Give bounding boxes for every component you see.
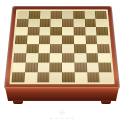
square-g5[interactable] [85,35,97,44]
square-e3[interactable] [62,53,74,62]
square-c6[interactable] [39,27,51,35]
square-e8[interactable] [62,11,73,19]
watermark: ✣ [45,109,79,119]
watermark-emblem-icon: ✣ [45,109,79,117]
square-a6[interactable] [16,27,28,35]
square-b4[interactable] [26,44,38,53]
square-d3[interactable] [50,53,62,62]
board-grid [12,11,113,83]
product-photo-scene: ✣ [0,0,124,124]
square-e4[interactable] [62,44,74,53]
square-f3[interactable] [74,53,86,62]
square-a1[interactable] [12,72,25,82]
square-h3[interactable] [98,53,111,62]
square-f6[interactable] [73,27,85,35]
square-g7[interactable] [84,19,96,27]
square-e7[interactable] [62,19,73,27]
box-foot-left [13,100,23,104]
square-f4[interactable] [74,44,86,53]
box-foot-right [101,100,111,104]
square-h8[interactable] [95,11,107,19]
square-g3[interactable] [86,53,99,62]
square-e1[interactable] [62,72,75,82]
square-d6[interactable] [50,27,62,35]
square-b2[interactable] [25,63,38,73]
square-b5[interactable] [27,35,39,44]
square-g8[interactable] [84,11,96,19]
square-a3[interactable] [13,53,26,62]
square-a4[interactable] [14,44,27,53]
square-d8[interactable] [51,11,62,19]
square-d5[interactable] [50,35,62,44]
square-a8[interactable] [17,11,29,19]
square-f5[interactable] [74,35,86,44]
square-b6[interactable] [27,27,39,35]
square-c2[interactable] [37,63,50,73]
board-perspective-wrap [5,0,119,88]
square-h2[interactable] [99,63,112,73]
square-h7[interactable] [96,19,108,27]
square-h1[interactable] [99,72,112,82]
watermark-text-line [50,118,74,119]
square-e2[interactable] [62,63,74,73]
square-g4[interactable] [86,44,98,53]
square-b1[interactable] [24,72,37,82]
square-c4[interactable] [38,44,50,53]
square-b7[interactable] [28,19,40,27]
square-d4[interactable] [50,44,62,53]
box-front-apron [5,87,119,101]
square-g1[interactable] [87,72,100,82]
square-h6[interactable] [96,27,108,35]
square-g2[interactable] [86,63,99,73]
square-a5[interactable] [15,35,27,44]
square-c3[interactable] [38,53,50,62]
square-a7[interactable] [16,19,28,27]
square-c7[interactable] [39,19,51,27]
square-f7[interactable] [73,19,85,27]
maple-inner-border [9,9,114,84]
square-e5[interactable] [62,35,74,44]
square-d7[interactable] [51,19,62,27]
square-h4[interactable] [97,44,110,53]
square-b3[interactable] [25,53,38,62]
square-f1[interactable] [74,72,87,82]
square-c1[interactable] [37,72,50,82]
square-b8[interactable] [28,11,40,19]
square-f2[interactable] [74,63,87,73]
square-g6[interactable] [85,27,97,35]
mahogany-frame [5,7,119,88]
square-c5[interactable] [38,35,50,44]
square-c8[interactable] [40,11,51,19]
square-f8[interactable] [73,11,84,19]
square-h5[interactable] [97,35,109,44]
square-d1[interactable] [49,72,62,82]
square-a2[interactable] [12,63,25,73]
square-e6[interactable] [62,27,74,35]
square-d2[interactable] [50,63,62,73]
